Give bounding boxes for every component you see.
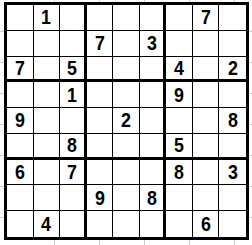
given-digit: 8 — [147, 187, 157, 209]
given-digit: 3 — [147, 32, 157, 54]
given-digit: 6 — [15, 161, 25, 183]
given-digit: 8 — [67, 134, 77, 156]
cell-r9c7[interactable] — [166, 211, 193, 237]
cell-r8c8[interactable] — [193, 185, 220, 211]
cell-r1c6[interactable] — [140, 5, 167, 31]
cell-r2c9[interactable] — [219, 31, 246, 57]
cell-r5c5[interactable]: 2 — [113, 108, 140, 134]
given-digit: 9 — [15, 109, 25, 131]
cell-r6c1[interactable] — [7, 134, 34, 160]
cell-r3c7[interactable]: 4 — [166, 57, 193, 83]
cell-r4c4[interactable] — [87, 82, 114, 108]
cell-r6c6[interactable] — [140, 134, 167, 160]
cell-r7c4[interactable] — [87, 160, 114, 186]
cell-r8c1[interactable] — [7, 185, 34, 211]
cell-r6c4[interactable] — [87, 134, 114, 160]
cell-r9c1[interactable] — [7, 211, 34, 237]
cell-r2c6[interactable]: 3 — [140, 31, 167, 57]
cell-r2c4[interactable]: 7 — [87, 31, 114, 57]
cell-r2c1[interactable] — [7, 31, 34, 57]
sudoku-board: 17737542199288567839846 — [4, 2, 249, 240]
cell-r9c9[interactable] — [219, 211, 246, 237]
cell-r6c7[interactable]: 5 — [166, 134, 193, 160]
cell-r5c8[interactable] — [193, 108, 220, 134]
cell-r9c5[interactable] — [113, 211, 140, 237]
given-digit: 2 — [121, 109, 131, 131]
cell-r7c8[interactable] — [193, 160, 220, 186]
cell-r1c2[interactable]: 1 — [34, 5, 61, 31]
cell-r4c8[interactable] — [193, 82, 220, 108]
cell-r3c2[interactable] — [34, 57, 61, 83]
cell-r8c6[interactable]: 8 — [140, 185, 167, 211]
given-digit: 8 — [174, 161, 184, 183]
cell-r2c8[interactable] — [193, 31, 220, 57]
cell-r3c4[interactable] — [87, 57, 114, 83]
cell-r9c8[interactable]: 6 — [193, 211, 220, 237]
given-digit: 8 — [228, 109, 238, 131]
cell-r3c1[interactable]: 7 — [7, 57, 34, 83]
cell-r3c6[interactable] — [140, 57, 167, 83]
cell-r1c7[interactable] — [166, 5, 193, 31]
given-digit: 9 — [174, 84, 184, 106]
given-digit: 2 — [228, 57, 238, 79]
cell-r7c2[interactable] — [34, 160, 61, 186]
cell-r7c5[interactable] — [113, 160, 140, 186]
cell-r6c9[interactable] — [219, 134, 246, 160]
cell-r3c8[interactable] — [193, 57, 220, 83]
cell-r9c2[interactable]: 4 — [34, 211, 61, 237]
cell-r8c3[interactable] — [60, 185, 87, 211]
cell-r3c5[interactable] — [113, 57, 140, 83]
cell-r6c3[interactable]: 8 — [60, 134, 87, 160]
cell-r5c3[interactable] — [60, 108, 87, 134]
cell-r6c5[interactable] — [113, 134, 140, 160]
cell-r1c9[interactable] — [219, 5, 246, 31]
cell-r5c6[interactable] — [140, 108, 167, 134]
cell-r8c2[interactable] — [34, 185, 61, 211]
cell-r1c5[interactable] — [113, 5, 140, 31]
cell-r2c2[interactable] — [34, 31, 61, 57]
given-digit: 5 — [67, 57, 77, 79]
cell-r2c5[interactable] — [113, 31, 140, 57]
given-digit: 9 — [94, 187, 104, 209]
cell-r2c7[interactable] — [166, 31, 193, 57]
cell-r8c7[interactable] — [166, 185, 193, 211]
cell-r9c6[interactable] — [140, 211, 167, 237]
given-digit: 7 — [201, 6, 211, 28]
cell-r3c3[interactable]: 5 — [60, 57, 87, 83]
cell-r5c4[interactable] — [87, 108, 114, 134]
cell-r8c5[interactable] — [113, 185, 140, 211]
cell-r1c8[interactable]: 7 — [193, 5, 220, 31]
given-digit: 4 — [41, 213, 51, 235]
cell-r5c1[interactable]: 9 — [7, 108, 34, 134]
cell-r9c3[interactable] — [60, 211, 87, 237]
given-digit: 4 — [174, 57, 184, 79]
cell-r6c2[interactable] — [34, 134, 61, 160]
cell-r2c3[interactable] — [60, 31, 87, 57]
given-digit: 7 — [15, 57, 25, 79]
cell-r4c9[interactable] — [219, 82, 246, 108]
cell-r7c6[interactable] — [140, 160, 167, 186]
given-digit: 6 — [201, 213, 211, 235]
cell-r5c2[interactable] — [34, 108, 61, 134]
cell-r8c4[interactable]: 9 — [87, 185, 114, 211]
cell-r5c9[interactable]: 8 — [219, 108, 246, 134]
given-digit: 1 — [67, 84, 77, 106]
cell-r4c5[interactable] — [113, 82, 140, 108]
given-digit: 5 — [174, 134, 184, 156]
cell-r1c1[interactable] — [7, 5, 34, 31]
cell-r9c4[interactable] — [87, 211, 114, 237]
cell-r1c4[interactable] — [87, 5, 114, 31]
cell-r4c1[interactable] — [7, 82, 34, 108]
cell-r4c3[interactable]: 1 — [60, 82, 87, 108]
cell-r7c3[interactable]: 7 — [60, 160, 87, 186]
given-digit: 7 — [94, 32, 104, 54]
cell-r8c9[interactable] — [219, 185, 246, 211]
cell-r7c1[interactable]: 6 — [7, 160, 34, 186]
cell-r4c6[interactable] — [140, 82, 167, 108]
given-digit: 7 — [67, 161, 77, 183]
cell-r5c7[interactable] — [166, 108, 193, 134]
cell-r1c3[interactable] — [60, 5, 87, 31]
cell-r7c9[interactable]: 3 — [219, 160, 246, 186]
cell-r4c7[interactable]: 9 — [166, 82, 193, 108]
cell-r3c9[interactable]: 2 — [219, 57, 246, 83]
given-digit: 3 — [228, 161, 238, 183]
cell-r4c2[interactable] — [34, 82, 61, 108]
cell-r7c7[interactable]: 8 — [166, 160, 193, 186]
cell-r6c8[interactable] — [193, 134, 220, 160]
given-digit: 1 — [41, 6, 51, 28]
